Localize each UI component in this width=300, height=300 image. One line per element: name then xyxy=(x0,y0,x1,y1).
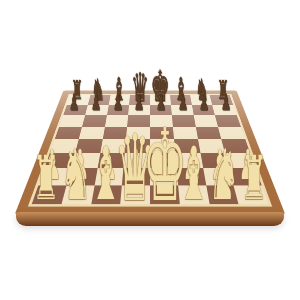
square-c8 xyxy=(108,95,130,105)
square-g7 xyxy=(192,105,216,115)
square-c5 xyxy=(102,126,127,139)
square-b8 xyxy=(88,95,110,105)
square-b5 xyxy=(79,126,105,139)
square-a6 xyxy=(59,115,85,126)
square-c7 xyxy=(107,105,130,115)
square-f1 xyxy=(178,185,209,204)
square-h1 xyxy=(234,185,269,204)
square-h3 xyxy=(225,153,255,168)
square-d8 xyxy=(129,95,150,105)
square-b4 xyxy=(75,139,102,153)
square-e4 xyxy=(150,139,175,153)
square-g6 xyxy=(193,115,218,126)
square-g5 xyxy=(195,126,221,139)
square-a7 xyxy=(63,105,87,115)
chess-board xyxy=(28,94,272,207)
square-f3 xyxy=(175,153,203,168)
square-d7 xyxy=(128,105,150,115)
square-e6 xyxy=(150,115,173,126)
square-c4 xyxy=(100,139,126,153)
square-f7 xyxy=(171,105,194,115)
square-a8 xyxy=(67,95,90,105)
square-b7 xyxy=(85,105,109,115)
square-h6 xyxy=(215,115,241,126)
square-e8 xyxy=(150,95,171,105)
square-b1 xyxy=(61,185,94,204)
square-d6 xyxy=(127,115,150,126)
square-d3 xyxy=(124,153,150,168)
square-d2 xyxy=(122,168,150,185)
square-e2 xyxy=(150,168,178,185)
square-c3 xyxy=(97,153,125,168)
square-d5 xyxy=(126,126,150,139)
square-b2 xyxy=(66,168,97,185)
square-f4 xyxy=(174,139,200,153)
board-frame xyxy=(15,91,286,215)
square-f5 xyxy=(173,126,198,139)
square-b3 xyxy=(71,153,100,168)
square-e5 xyxy=(150,126,174,139)
square-e7 xyxy=(150,105,172,115)
square-d1 xyxy=(120,185,150,204)
square-c1 xyxy=(91,185,122,204)
square-f2 xyxy=(176,168,205,185)
square-d4 xyxy=(125,139,150,153)
square-h8 xyxy=(210,95,233,105)
square-g4 xyxy=(198,139,225,153)
square-e1 xyxy=(150,185,180,204)
chess-set-product-photo: ♜♞♝♛♚♝♞♜♟♟♟♟♟♟♟♟♟♟♟♟♟♟♟♟♜♞♝♛♚♝♞♜ xyxy=(0,0,300,300)
square-h5 xyxy=(218,126,245,139)
square-f6 xyxy=(172,115,196,126)
board-front-edge xyxy=(16,212,284,226)
square-h2 xyxy=(229,168,261,185)
square-h4 xyxy=(221,139,250,153)
square-b6 xyxy=(82,115,107,126)
square-e3 xyxy=(150,153,176,168)
square-c2 xyxy=(94,168,123,185)
square-h7 xyxy=(212,105,236,115)
square-f8 xyxy=(170,95,192,105)
square-g8 xyxy=(190,95,212,105)
square-c6 xyxy=(105,115,129,126)
